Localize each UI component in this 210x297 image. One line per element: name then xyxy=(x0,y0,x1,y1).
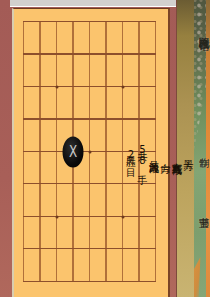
page: X 黑方 宫本直毅九段 白方 吴清源九段 共58手 黑胜2目 九路围棋教谱 制作… xyxy=(0,0,210,297)
game-result: 黑胜2目 xyxy=(125,148,137,161)
star-point xyxy=(88,150,91,153)
star-point xyxy=(121,215,124,218)
game-info-strip: 黑方 宫本直毅九段 白方 吴清源九段 共58手 黑胜2目 xyxy=(176,0,194,297)
top-bar xyxy=(10,0,180,7)
decorative-strip: 九路围棋教谱 制作 曹书宝 xyxy=(194,0,210,297)
book-title: 九路围棋教谱 xyxy=(196,28,210,31)
star-point xyxy=(55,215,58,218)
star-point xyxy=(55,85,58,88)
stone-black[interactable]: X xyxy=(63,136,84,167)
move-count: 共58手 xyxy=(137,143,149,167)
star-point xyxy=(121,85,124,88)
stone-mark: X xyxy=(69,143,77,159)
orange-edge-ribbon xyxy=(206,0,210,297)
white-player-name: 吴清源九段 xyxy=(148,153,160,156)
black-player-label: 黑方 xyxy=(183,152,195,153)
white-player-label: 白方 xyxy=(160,155,172,156)
black-player-name: 宫本直毅九段 xyxy=(171,154,183,157)
